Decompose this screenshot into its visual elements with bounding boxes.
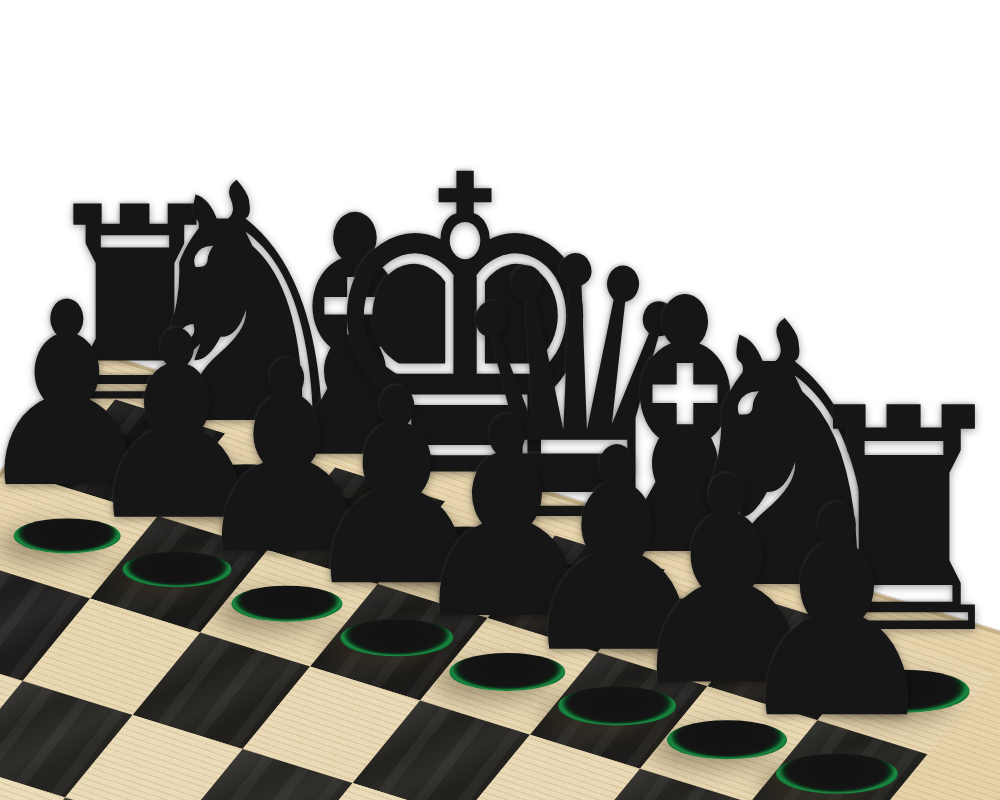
- product-photo-stage: ♜♞♝♚♛♝♞♜♟♟♟♟♟♟♟♟: [0, 0, 1000, 800]
- pieces-layer: ♜♞♝♚♛♝♞♜♟♟♟♟♟♟♟♟: [0, 0, 1000, 800]
- pawn-glyph: ♟: [730, 469, 944, 760]
